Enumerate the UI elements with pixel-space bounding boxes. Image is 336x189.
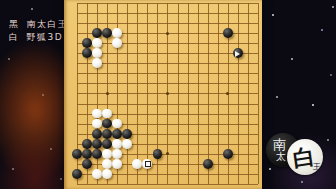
channel-logo: 南 太 白 王 bbox=[263, 130, 329, 182]
star-point bbox=[226, 92, 229, 95]
black-stone bbox=[82, 149, 92, 159]
white-stone bbox=[102, 109, 112, 119]
black-stone bbox=[82, 139, 92, 149]
grid-line-horizontal bbox=[77, 104, 258, 105]
grid-line-vertical bbox=[188, 3, 189, 184]
black-player-line: 黑南太白王 bbox=[9, 18, 69, 31]
white-player-line: 白野狐3D bbox=[9, 31, 69, 44]
white-stone bbox=[112, 28, 122, 38]
star-point bbox=[106, 92, 109, 95]
black-stone bbox=[233, 48, 243, 58]
black-stone bbox=[122, 129, 132, 139]
black-stone bbox=[92, 28, 102, 38]
white-stone bbox=[142, 159, 152, 169]
star-point bbox=[166, 152, 169, 155]
grid-line-vertical bbox=[208, 3, 209, 184]
black-stone bbox=[82, 159, 92, 169]
video-thumbnail: 黑南太白王 白野狐3D 南 太 白 王 bbox=[0, 0, 336, 189]
black-stone bbox=[203, 159, 213, 169]
white-stone bbox=[112, 119, 122, 129]
grid-line-vertical bbox=[198, 3, 199, 184]
black-stone bbox=[153, 149, 163, 159]
black-stone bbox=[92, 139, 102, 149]
white-player-name: 野狐3D bbox=[27, 32, 64, 42]
black-stone bbox=[82, 48, 92, 58]
black-stone bbox=[102, 119, 112, 129]
black-stone bbox=[223, 28, 233, 38]
black-stone bbox=[72, 149, 82, 159]
grid-line-horizontal bbox=[77, 184, 258, 185]
white-stone bbox=[102, 149, 112, 159]
triangle-mark bbox=[235, 51, 240, 57]
star-point bbox=[166, 32, 169, 35]
grid-line-vertical bbox=[248, 3, 249, 184]
grid-line-vertical bbox=[258, 3, 259, 184]
white-stone bbox=[102, 159, 112, 169]
black-label: 黑 bbox=[9, 19, 20, 29]
star-point bbox=[166, 92, 169, 95]
match-info: 黑南太白王 白野狐3D bbox=[9, 18, 69, 44]
logo-char-tai: 太 bbox=[276, 150, 286, 164]
go-board bbox=[64, 0, 262, 189]
black-stone bbox=[92, 149, 102, 159]
black-stone bbox=[112, 129, 122, 139]
starfield-dots bbox=[0, 0, 2, 2]
white-stone bbox=[92, 169, 102, 179]
black-stone bbox=[92, 129, 102, 139]
white-stone bbox=[92, 109, 102, 119]
white-stone bbox=[92, 38, 102, 48]
white-stone bbox=[102, 169, 112, 179]
black-player-name: 南太白王 bbox=[27, 19, 69, 29]
black-stone bbox=[223, 149, 233, 159]
black-stone bbox=[102, 129, 112, 139]
white-stone bbox=[122, 139, 132, 149]
black-stone bbox=[72, 169, 82, 179]
square-mark bbox=[145, 161, 151, 167]
logo-char-wang: 王 bbox=[313, 161, 321, 172]
logo-white-stone: 白 王 bbox=[287, 139, 323, 175]
white-stone bbox=[112, 149, 122, 159]
grid-line-vertical bbox=[178, 3, 179, 184]
white-stone bbox=[112, 139, 122, 149]
black-stone bbox=[82, 38, 92, 48]
grid-line-vertical bbox=[218, 3, 219, 184]
white-stone bbox=[112, 159, 122, 169]
white-stone bbox=[92, 58, 102, 68]
white-stone bbox=[92, 119, 102, 129]
white-label: 白 bbox=[9, 32, 20, 42]
white-stone bbox=[112, 38, 122, 48]
black-stone bbox=[102, 28, 112, 38]
white-stone bbox=[92, 48, 102, 58]
white-stone bbox=[132, 159, 142, 169]
black-stone bbox=[102, 139, 112, 149]
grid-line-vertical bbox=[238, 3, 239, 184]
